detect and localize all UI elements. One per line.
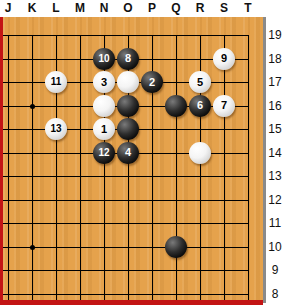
black-stone [117,118,139,140]
move-number: 2 [149,77,155,88]
grid-line-v [80,35,81,300]
white-stone: 3 [93,71,115,93]
grid-line-h [3,270,249,271]
column-label: T [236,1,260,16]
white-stone: 1 [93,118,115,140]
go-diagram: JKLMNOPQRST 1918171615141312111098 10891… [0,0,284,305]
black-stone: 10 [93,48,115,70]
column-label: L [44,1,68,16]
black-stone: 4 [117,142,139,164]
cut-edge-left-marker [0,17,3,305]
white-stone: 9 [213,48,235,70]
move-number: 7 [221,100,227,111]
column-label: R [188,1,212,16]
black-stone [165,95,187,117]
black-stone: 2 [141,71,163,93]
grid-line-v [248,35,249,300]
grid-line-v [176,35,177,300]
star-point [30,104,35,109]
row-label: 10 [266,239,284,255]
move-number: 8 [125,53,131,64]
grid-line-h [3,176,249,177]
column-label: P [140,1,164,16]
grid-line-h [3,223,249,224]
row-label: 9 [266,262,284,278]
grid-line-v [32,35,33,300]
grid-line-v [8,35,9,300]
row-label: 17 [266,74,284,90]
column-label: J [0,1,20,16]
row-label: 16 [266,98,284,114]
grid-line-h [3,200,249,201]
star-point [30,245,35,250]
move-number: 6 [197,100,203,111]
cut-edge-bottom-marker [0,300,263,305]
move-number: 11 [51,77,62,87]
move-number: 13 [50,124,61,134]
move-number: 10 [98,54,109,64]
row-label: 13 [266,168,284,184]
move-number: 3 [101,77,107,88]
row-label: 8 [266,286,284,302]
row-label: 18 [266,51,284,67]
white-stone [93,95,115,117]
row-label: 12 [266,192,284,208]
white-stone [189,142,211,164]
move-number: 5 [197,77,203,88]
move-number: 1 [101,124,107,135]
black-stone: 8 [117,48,139,70]
column-label: M [68,1,92,16]
white-stone: 5 [189,71,211,93]
column-label: Q [164,1,188,16]
grid-line-h [3,35,249,36]
white-stone: 7 [213,95,235,117]
black-stone: 6 [189,95,211,117]
grid-line-v [224,35,225,300]
white-stone: 13 [45,118,67,140]
row-label: 15 [266,121,284,137]
row-label: 14 [266,145,284,161]
row-label: 19 [266,27,284,43]
move-number: 12 [98,148,109,158]
black-stone [165,236,187,258]
grid-line-h [3,294,249,295]
column-label: N [92,1,116,16]
move-number: 4 [125,147,131,158]
move-number: 9 [221,53,227,64]
grid-line-h [3,247,249,248]
column-label: K [20,1,44,16]
black-stone: 12 [93,142,115,164]
black-stone [117,95,139,117]
row-label: 11 [266,215,284,231]
white-stone [117,71,139,93]
column-label: S [212,1,236,16]
white-stone: 11 [45,71,67,93]
column-label: O [116,1,140,16]
